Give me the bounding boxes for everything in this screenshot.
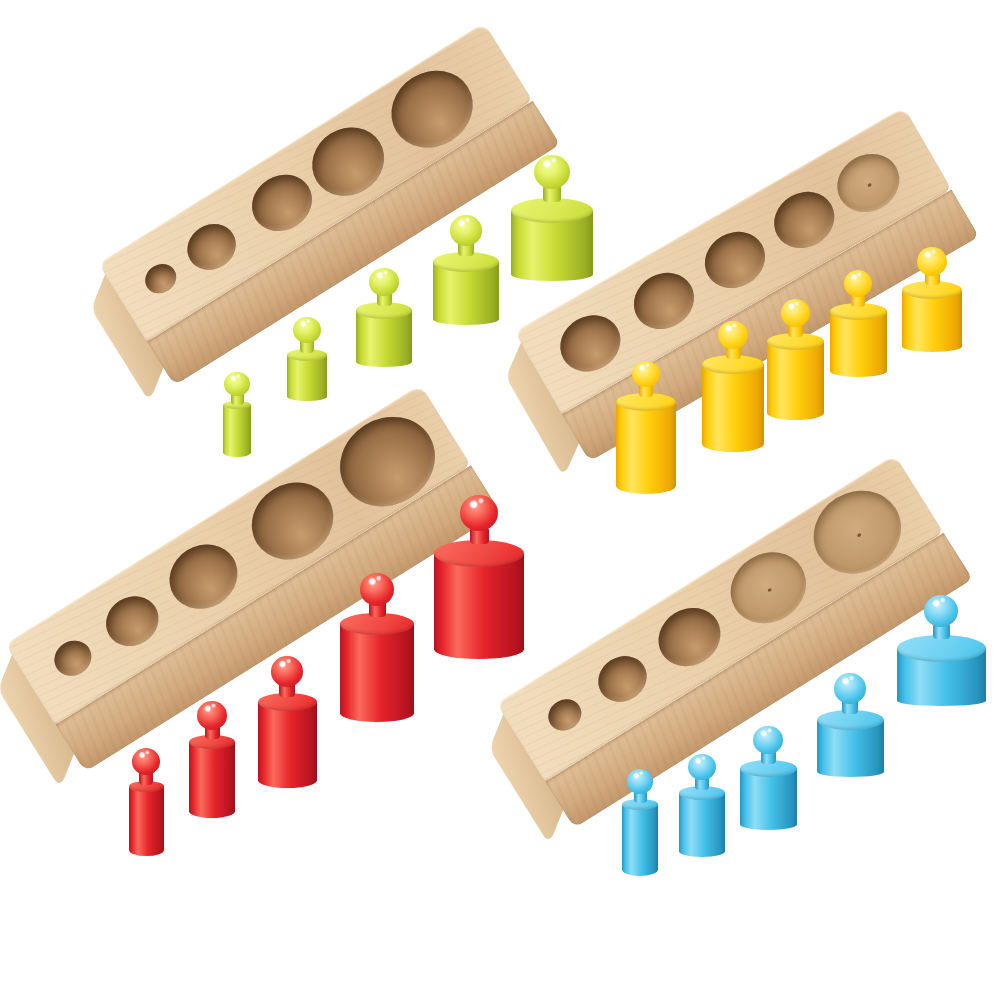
red-cylinder-1-knob-ball xyxy=(132,748,160,775)
green-block-top-face xyxy=(98,22,533,341)
red-block-socket-hole-5 xyxy=(323,398,452,523)
yellow-cylinder-3-knob-neck xyxy=(788,324,803,337)
blue-cylinder-5-top-face xyxy=(897,635,986,662)
yellow-block-socket-hole-5 xyxy=(826,142,909,222)
blue-cylinder-5-knob-ball xyxy=(924,595,958,627)
yellow-cylinder-1-knob-neck xyxy=(639,384,653,397)
yellow-cylinder-4-knob-ball xyxy=(844,270,872,297)
green-knobbed-cylinder-3 xyxy=(356,310,412,367)
blue-cylinder-2-body xyxy=(679,793,725,857)
green-block-socket-hole-2 xyxy=(178,215,244,279)
blue-cylinder-1-knob-ball xyxy=(627,769,653,794)
green-cylinder-1-body xyxy=(223,405,251,457)
blue-block-socket-hole-4 xyxy=(717,538,819,637)
green-cylinder-1-knob-ball xyxy=(224,372,250,397)
red-cylinder-4-knob-neck xyxy=(369,602,386,617)
yellow-cylinder-2-top-face xyxy=(702,355,764,374)
green-knobbed-cylinder-1 xyxy=(223,405,251,457)
yellow-cylinder-5-knob-ball xyxy=(917,247,947,276)
green-cylinder-4-top-face xyxy=(433,252,499,272)
red-cylinder-1-body xyxy=(129,786,164,856)
green-cylinder-4-body xyxy=(433,262,499,325)
red-block-socket-hole-3 xyxy=(157,531,249,621)
red-cylinder-4-knob-ball xyxy=(360,573,394,605)
yellow-knobbed-cylinder-1 xyxy=(616,402,676,494)
yellow-cylinder-4-knob-neck xyxy=(851,294,865,307)
red-knobbed-cylinder-2 xyxy=(189,742,235,818)
set-blue xyxy=(0,0,1000,1000)
red-cylinder-3-knob-neck xyxy=(279,683,295,697)
green-cylinder-5-body xyxy=(511,210,593,281)
green-knobbed-cylinder-5 xyxy=(511,210,593,281)
green-cylinder-1-knob-neck xyxy=(231,393,244,405)
red-knobbed-cylinder-4 xyxy=(340,624,414,722)
red-cylinder-1-knob-neck xyxy=(139,772,153,785)
blue-socket-4-center-dot xyxy=(767,588,772,593)
blue-cylinder-2-top-face xyxy=(679,786,725,800)
red-cylinder-3-top-face xyxy=(258,693,317,711)
green-cylinder-5-knob-neck xyxy=(543,186,561,202)
blue-knobbed-cylinder-2 xyxy=(679,793,725,857)
red-wooden-block xyxy=(5,384,501,772)
green-cylinder-5-top-face xyxy=(511,198,593,223)
yellow-cylinder-2-body xyxy=(702,364,764,452)
yellow-cylinder-5-knob-neck xyxy=(925,272,940,285)
yellow-knobbed-cylinder-5 xyxy=(902,290,962,352)
product-photo-montessori-cylinder-blocks xyxy=(0,0,1000,1000)
red-knobbed-cylinder-5 xyxy=(434,553,524,659)
blue-cylinder-2-knob-ball xyxy=(688,754,716,781)
red-cylinder-3-knob-ball xyxy=(271,656,303,686)
green-cylinder-2-knob-ball xyxy=(293,317,321,344)
yellow-knobbed-cylinder-4 xyxy=(830,311,887,377)
blue-knobbed-cylinder-1 xyxy=(622,804,658,876)
yellow-block-socket-hole-1 xyxy=(550,304,631,382)
blue-knobbed-cylinder-3 xyxy=(740,768,797,830)
blue-block-end-face xyxy=(489,710,565,845)
green-cylinder-2-knob-neck xyxy=(300,340,314,353)
red-block-end-face xyxy=(0,650,76,788)
red-cylinder-3-body xyxy=(258,702,317,788)
green-cylinder-2-body xyxy=(287,355,327,401)
blue-cylinder-3-knob-ball xyxy=(753,726,783,755)
red-cylinder-1-top-face xyxy=(129,781,164,792)
yellow-cylinder-1-body xyxy=(616,402,676,494)
red-cylinder-2-body xyxy=(189,742,235,818)
green-cylinder-4-knob-ball xyxy=(450,215,482,245)
green-cylinder-2-top-face xyxy=(287,349,327,361)
yellow-block-socket-hole-3 xyxy=(694,220,775,298)
blue-cylinder-5-knob-neck xyxy=(933,624,950,639)
green-cylinder-1-top-face xyxy=(223,401,251,409)
green-block-socket-hole-4 xyxy=(299,114,397,209)
red-knobbed-cylinder-1 xyxy=(129,786,164,856)
yellow-cylinder-2-knob-ball xyxy=(718,321,748,350)
yellow-wooden-block xyxy=(514,106,979,461)
red-block-front-face xyxy=(55,464,500,771)
blue-block-front-face xyxy=(545,532,973,828)
green-wooden-block xyxy=(98,22,560,385)
green-cylinder-3-body xyxy=(356,310,412,367)
yellow-cylinder-5-body xyxy=(902,290,962,352)
set-yellow xyxy=(0,0,1000,1000)
red-cylinder-5-knob-neck xyxy=(470,528,489,544)
blue-block-socket-hole-1 xyxy=(542,693,587,736)
red-cylinder-2-knob-ball xyxy=(197,701,227,730)
blue-cylinder-2-knob-neck xyxy=(695,777,709,790)
green-knobbed-cylinder-2 xyxy=(287,355,327,401)
yellow-block-front-face xyxy=(562,189,979,462)
blue-block-socket-hole-5 xyxy=(798,474,917,590)
yellow-cylinder-1-knob-ball xyxy=(632,361,660,388)
red-block-top-face xyxy=(5,384,471,724)
blue-knobbed-cylinder-4 xyxy=(817,720,884,777)
yellow-block-socket-hole-2 xyxy=(623,261,704,339)
blue-cylinder-4-knob-neck xyxy=(842,700,858,714)
yellow-cylinder-4-body xyxy=(830,311,887,377)
blue-cylinder-4-knob-ball xyxy=(834,673,866,703)
blue-cylinder-3-top-face xyxy=(740,760,797,777)
blue-cylinder-4-top-face xyxy=(817,710,884,730)
red-cylinder-5-knob-ball xyxy=(460,495,498,531)
set-red xyxy=(0,0,1000,1000)
red-cylinder-4-top-face xyxy=(340,613,414,635)
blue-cylinder-1-body xyxy=(622,804,658,876)
yellow-cylinder-3-knob-ball xyxy=(781,299,810,327)
green-block-socket-hole-3 xyxy=(241,164,322,243)
yellow-block-socket-hole-4 xyxy=(764,180,845,258)
red-block-socket-hole-1 xyxy=(48,633,98,682)
green-block-front-face xyxy=(146,100,559,385)
red-cylinder-2-knob-neck xyxy=(205,726,220,739)
yellow-block-end-face xyxy=(506,338,581,477)
blue-cylinder-1-knob-neck xyxy=(634,791,647,803)
blue-block-socket-hole-3 xyxy=(647,596,731,677)
red-cylinder-5-body xyxy=(434,553,524,659)
yellow-cylinder-1-top-face xyxy=(616,393,676,411)
red-block-socket-hole-2 xyxy=(96,586,167,655)
yellow-cylinder-5-top-face xyxy=(902,281,962,299)
yellow-cylinder-3-body xyxy=(767,341,824,420)
blue-knobbed-cylinder-5 xyxy=(897,648,986,706)
red-cylinder-4-body xyxy=(340,624,414,722)
red-block-socket-hole-4 xyxy=(237,466,347,573)
blue-cylinder-3-body xyxy=(740,768,797,830)
blue-cylinder-3-knob-neck xyxy=(761,751,776,764)
yellow-cylinder-3-top-face xyxy=(767,333,824,350)
red-cylinder-2-top-face xyxy=(189,735,235,749)
yellow-block-top-face xyxy=(514,106,951,413)
yellow-knobbed-cylinder-2 xyxy=(702,364,764,452)
blue-cylinder-4-body xyxy=(817,720,884,777)
red-knobbed-cylinder-3 xyxy=(258,702,317,788)
green-knobbed-cylinder-4 xyxy=(433,262,499,325)
blue-block-socket-hole-2 xyxy=(590,647,656,711)
blue-socket-5-center-dot xyxy=(857,532,862,537)
yellow-cylinder-2-knob-neck xyxy=(726,346,741,359)
green-cylinder-3-top-face xyxy=(356,302,412,319)
red-cylinder-5-top-face xyxy=(434,540,524,567)
yellow-cylinder-4-top-face xyxy=(830,303,887,320)
green-cylinder-3-knob-neck xyxy=(377,293,392,306)
yellow-knobbed-cylinder-3 xyxy=(767,341,824,420)
green-cylinder-4-knob-neck xyxy=(458,242,474,256)
blue-wooden-block xyxy=(496,454,972,828)
green-block-end-face xyxy=(91,270,165,402)
green-cylinder-3-knob-ball xyxy=(369,268,399,297)
green-block-socket-hole-1 xyxy=(139,258,181,299)
yellow-socket-5-center-dot xyxy=(867,182,872,187)
green-block-socket-hole-5 xyxy=(376,56,486,163)
set-green xyxy=(0,0,1000,1000)
blue-block-top-face xyxy=(496,454,943,781)
green-cylinder-5-knob-ball xyxy=(534,155,570,189)
blue-cylinder-1-top-face xyxy=(622,799,658,810)
blue-cylinder-5-body xyxy=(897,648,986,706)
